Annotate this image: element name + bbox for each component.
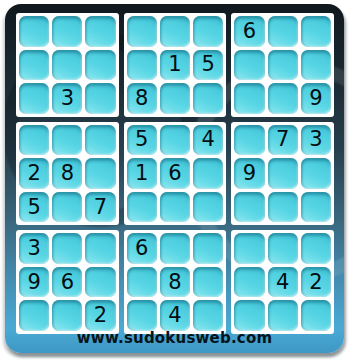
sudoku-box-4: 2857	[16, 122, 119, 226]
cell-r4c7[interactable]	[234, 125, 264, 156]
cell-r7c8[interactable]	[268, 233, 298, 264]
sudoku-screenshot: 31586928575416739396268442 www.sudokuswe…	[0, 0, 350, 360]
cell-r4c6[interactable]: 4	[193, 125, 223, 156]
cell-r5c5[interactable]: 6	[160, 158, 190, 189]
cell-r1c6[interactable]	[193, 16, 223, 47]
cell-r3c1[interactable]	[19, 83, 49, 114]
cell-r6c5[interactable]	[160, 192, 190, 223]
cell-r7c9[interactable]	[301, 233, 331, 264]
cell-r2c8[interactable]	[268, 50, 298, 81]
cell-r6c8[interactable]	[268, 192, 298, 223]
cell-r4c4[interactable]: 5	[127, 125, 157, 156]
sudoku-board: 31586928575416739396268442	[16, 13, 334, 334]
cell-r8c2[interactable]: 6	[52, 267, 82, 298]
sudoku-box-8: 684	[124, 230, 227, 334]
cell-r5c6[interactable]	[193, 158, 223, 189]
cell-r6c3[interactable]: 7	[85, 192, 115, 223]
sudoku-box-2: 158	[124, 13, 227, 117]
cell-r1c7[interactable]: 6	[234, 16, 264, 47]
cell-r2c7[interactable]	[234, 50, 264, 81]
cell-r3c5[interactable]	[160, 83, 190, 114]
cell-r8c3[interactable]	[85, 267, 115, 298]
cell-r1c4[interactable]	[127, 16, 157, 47]
cell-r3c3[interactable]	[85, 83, 115, 114]
cell-r1c3[interactable]	[85, 16, 115, 47]
cell-r8c9[interactable]: 2	[301, 267, 331, 298]
cell-r8c6[interactable]	[193, 267, 223, 298]
cell-r6c1[interactable]: 5	[19, 192, 49, 223]
cell-r7c7[interactable]	[234, 233, 264, 264]
cell-r4c2[interactable]	[52, 125, 82, 156]
cell-r5c1[interactable]: 2	[19, 158, 49, 189]
cell-r7c4[interactable]: 6	[127, 233, 157, 264]
cell-r3c4[interactable]: 8	[127, 83, 157, 114]
sudoku-box-1: 3	[16, 13, 119, 117]
cell-r7c6[interactable]	[193, 233, 223, 264]
cell-r9c9[interactable]	[301, 300, 331, 331]
cell-r1c1[interactable]	[19, 16, 49, 47]
cell-r1c5[interactable]	[160, 16, 190, 47]
cell-r5c9[interactable]	[301, 158, 331, 189]
cell-r9c6[interactable]	[193, 300, 223, 331]
cell-r4c3[interactable]	[85, 125, 115, 156]
cell-r1c8[interactable]	[268, 16, 298, 47]
cell-r5c7[interactable]: 9	[234, 158, 264, 189]
cell-r9c3[interactable]: 2	[85, 300, 115, 331]
cell-r2c6[interactable]: 5	[193, 50, 223, 81]
cell-r3c7[interactable]	[234, 83, 264, 114]
cell-r5c8[interactable]	[268, 158, 298, 189]
cell-r3c9[interactable]: 9	[301, 83, 331, 114]
sudoku-plaque: 31586928575416739396268442 www.sudokuswe…	[5, 4, 344, 353]
cell-r4c1[interactable]	[19, 125, 49, 156]
cell-r3c6[interactable]	[193, 83, 223, 114]
cell-r9c8[interactable]	[268, 300, 298, 331]
cell-r1c2[interactable]	[52, 16, 82, 47]
cell-r7c1[interactable]: 3	[19, 233, 49, 264]
cell-r7c2[interactable]	[52, 233, 82, 264]
cell-r3c8[interactable]	[268, 83, 298, 114]
cell-r4c8[interactable]: 7	[268, 125, 298, 156]
cell-r7c5[interactable]	[160, 233, 190, 264]
cell-r2c5[interactable]: 1	[160, 50, 190, 81]
cell-r9c2[interactable]	[52, 300, 82, 331]
site-url[interactable]: www.sudokusweb.com	[5, 329, 344, 347]
cell-r2c9[interactable]	[301, 50, 331, 81]
cell-r8c1[interactable]: 9	[19, 267, 49, 298]
cell-r8c7[interactable]	[234, 267, 264, 298]
cell-r8c4[interactable]	[127, 267, 157, 298]
sudoku-box-7: 3962	[16, 230, 119, 334]
cell-r1c9[interactable]	[301, 16, 331, 47]
cell-r8c8[interactable]: 4	[268, 267, 298, 298]
sudoku-box-9: 42	[231, 230, 334, 334]
sudoku-box-6: 739	[231, 122, 334, 226]
sudoku-box-5: 5416	[124, 122, 227, 226]
cell-r3c2[interactable]: 3	[52, 83, 82, 114]
cell-r6c2[interactable]	[52, 192, 82, 223]
cell-r2c1[interactable]	[19, 50, 49, 81]
cell-r4c9[interactable]: 3	[301, 125, 331, 156]
cell-r5c3[interactable]	[85, 158, 115, 189]
cell-r7c3[interactable]	[85, 233, 115, 264]
cell-r5c4[interactable]: 1	[127, 158, 157, 189]
cell-r2c4[interactable]	[127, 50, 157, 81]
cell-r6c9[interactable]	[301, 192, 331, 223]
cell-r2c2[interactable]	[52, 50, 82, 81]
sudoku-box-3: 69	[231, 13, 334, 117]
cell-r5c2[interactable]: 8	[52, 158, 82, 189]
cell-r9c4[interactable]	[127, 300, 157, 331]
cell-r6c7[interactable]	[234, 192, 264, 223]
cell-r9c1[interactable]	[19, 300, 49, 331]
cell-r2c3[interactable]	[85, 50, 115, 81]
cell-r6c4[interactable]	[127, 192, 157, 223]
cell-r9c5[interactable]: 4	[160, 300, 190, 331]
cell-r6c6[interactable]	[193, 192, 223, 223]
cell-r8c5[interactable]: 8	[160, 267, 190, 298]
cell-r9c7[interactable]	[234, 300, 264, 331]
cell-r4c5[interactable]	[160, 125, 190, 156]
